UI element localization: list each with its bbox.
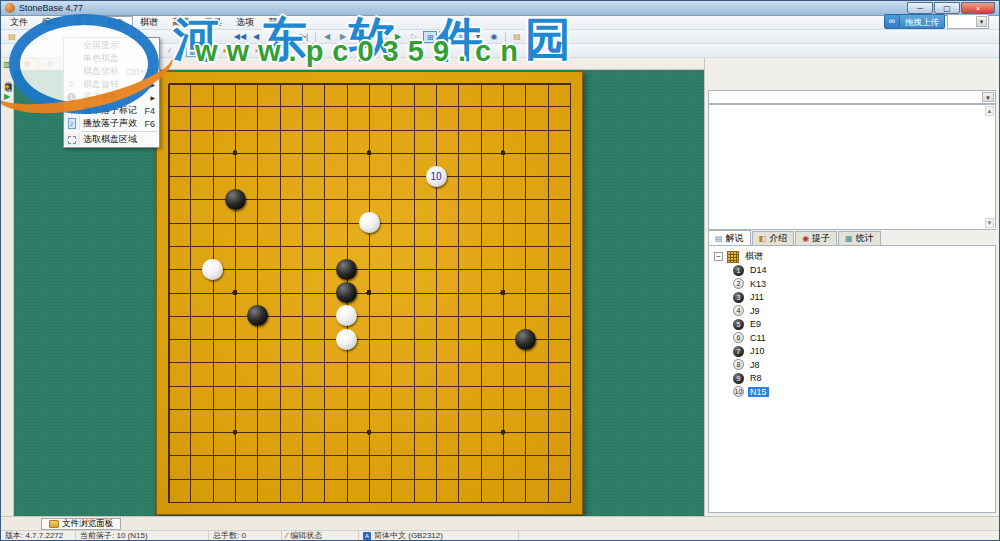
help-icon[interactable]: ? [526, 31, 540, 43]
sound-icon: ♪ [70, 119, 74, 128]
menu-option-1[interactable]: 单色棋盘 [64, 52, 159, 65]
menu-item-7[interactable]: 选项 [229, 16, 261, 29]
open-file-icon[interactable]: ▤ [5, 31, 19, 43]
menu-option-2[interactable]: 棋盘坐标Ctrl+F1 [64, 65, 159, 78]
pencil-icon: ∕ [286, 531, 287, 540]
menu-separator [82, 131, 157, 132]
move-node[interactable]: 3J11 [709, 291, 995, 305]
status-field-1: 当前落子: 10 (N15) [76, 531, 209, 540]
print-icon[interactable]: ▨ [37, 31, 51, 43]
upload-widget: ∞ 拖拽上传 ▼ [884, 14, 989, 29]
menu-option-label: 选取棋盘区域 [83, 133, 155, 146]
menu-option-6[interactable]: ♪播放落子声效F6 [64, 117, 159, 130]
tree-view-toggle[interactable]: ⊞ [423, 31, 437, 43]
stone-C11[interactable] [202, 259, 223, 280]
tab-icon-0: ▤ [715, 234, 723, 243]
back-icon[interactable]: ← [352, 31, 366, 43]
stone-N15[interactable]: 10 [426, 166, 447, 187]
board-menu-dropdown: 全屏显示单色棋盘棋盘坐标Ctrl+F1↻棋盘旋转▶1落子手数▶◆显示落子标记F4… [63, 37, 160, 148]
left-dock: ▥ 当前棋谱 ● ▶ [1, 58, 14, 516]
forward-icon[interactable]: → [368, 31, 382, 43]
tab-icon-2: ◉ [802, 234, 809, 243]
toolbar-separator [315, 32, 316, 42]
move-coord[interactable]: D14 [748, 265, 769, 275]
tab-icon-3: ▦ [845, 234, 853, 243]
stone-R8[interactable] [515, 329, 536, 350]
menu-shortcut: F4 [144, 106, 155, 116]
menu-icon-cell [64, 39, 80, 52]
tab-统计[interactable]: ▦统计 [838, 231, 881, 245]
tab-提子[interactable]: ◉提子 [795, 231, 837, 245]
menu-item-6[interactable]: 工具 [197, 16, 229, 29]
number-tool-icon[interactable]: # [234, 45, 248, 57]
move-node[interactable]: 8J8 [709, 358, 995, 372]
status-field-3: ∕编辑状态 [282, 531, 359, 540]
move-coord[interactable]: E9 [748, 319, 763, 329]
move-stone-icon: 4 [733, 305, 744, 316]
auto-play-icon[interactable]: ▶ [391, 31, 405, 43]
stone-J11[interactable] [336, 259, 357, 280]
move-coord[interactable]: J8 [748, 360, 762, 370]
move-tree[interactable]: −棋谱1D142K133J114J95E96C117J108J89R810N15 [708, 245, 996, 513]
submenu-arrow-icon: ▶ [150, 81, 155, 88]
prev-move-icon[interactable]: ◀ [249, 31, 263, 43]
stone-K13[interactable] [359, 212, 380, 233]
move-coord[interactable]: J11 [748, 292, 766, 302]
folder-icon [49, 520, 59, 528]
status-bar: 版本: 4.7.7.2272当前落子: 10 (N15)总手数: 0∕编辑状态A… [1, 530, 999, 540]
bottom-strip: 文件浏览面板 [1, 516, 999, 530]
move-coord[interactable]: J9 [748, 306, 762, 316]
stop-icon[interactable]: ▷ [407, 31, 421, 43]
move-stone-icon: 5 [733, 319, 744, 330]
menu-option-5[interactable]: ◆显示落子标记F4 [64, 104, 159, 117]
menu-item-4[interactable]: 棋谱 [133, 16, 165, 29]
delete-node-icon[interactable]: × [250, 45, 264, 57]
upload-cloud-icon[interactable]: ∞ [884, 14, 900, 29]
menu-icon-cell: ◆ [64, 104, 80, 117]
move-coord[interactable]: J10 [748, 346, 767, 356]
stone-dock-icon[interactable]: ● [5, 82, 10, 92]
menu-shortcut: Ctrl+F1 [125, 67, 155, 77]
stone-J10[interactable] [336, 282, 357, 303]
tab-label: 介绍 [769, 232, 787, 245]
move-stone-icon: 2 [733, 278, 744, 289]
collapse-icon[interactable]: − [714, 252, 723, 261]
move-node[interactable]: 6C11 [709, 331, 995, 345]
list-view-toggle[interactable]: ⊟ [439, 31, 453, 43]
upload-button[interactable]: 拖拽上传 [900, 14, 945, 29]
menu-option-4[interactable]: 1落子手数▶ [64, 91, 159, 104]
stone-E9[interactable] [247, 305, 268, 326]
menu-item-3[interactable]: 棋盘 [99, 16, 133, 29]
menu-icon-cell: ♪ [64, 117, 80, 130]
minimize-button[interactable]: ─ [907, 2, 933, 14]
move-coord[interactable]: K13 [748, 279, 768, 289]
status-text: 编辑状态 [290, 531, 322, 540]
menu-shortcut: F6 [144, 119, 155, 129]
select-icon [68, 136, 76, 144]
tab-label: 提子 [812, 232, 830, 245]
menu-option-8[interactable]: 选取棋盘区域 [64, 133, 159, 146]
save-icon[interactable]: ▥ [21, 31, 35, 43]
left-dock-tab[interactable]: 当前棋谱 [2, 74, 13, 78]
checked-icon-box: ♪ [68, 118, 76, 129]
board-grid: 10 [168, 83, 571, 503]
tab-label: 统计 [856, 232, 874, 245]
book-icon[interactable]: ▥ [3, 60, 11, 70]
status-text: 总手数: 0 [213, 531, 246, 540]
info-tabs: ▤解说◧介绍◉提子▦统计 [708, 230, 996, 245]
move-node[interactable]: 5E9 [709, 318, 995, 332]
kifu-icon [727, 251, 739, 263]
language-icon: A [363, 532, 371, 540]
move-coord[interactable]: C11 [748, 333, 768, 343]
menu-option-label: 单色棋盘 [83, 52, 155, 65]
menu-item-1[interactable]: 编辑 [35, 16, 67, 29]
setup-mode-icon[interactable]: ▦ [186, 45, 200, 57]
menu-option-label: 落子手数 [83, 91, 147, 104]
menu-option-label: 播放落子声效 [83, 117, 141, 130]
move-node[interactable]: 7J10 [709, 345, 995, 359]
tab-icon-1: ◧ [759, 234, 767, 243]
stone-tool-icon[interactable]: ● [218, 45, 232, 57]
prev-variation-icon[interactable]: ◀ [320, 31, 334, 43]
next-variation-icon[interactable]: ▶ [336, 31, 350, 43]
record-doc-tab[interactable]: ▤ [39, 58, 61, 69]
stone-D14[interactable] [225, 189, 246, 210]
menu-bar: 文件编辑显示棋盘棋谱高级工具选项帮助 [1, 16, 999, 30]
tree-root-node[interactable]: −棋谱 [709, 250, 995, 264]
move-stone-icon: 6 [733, 332, 744, 343]
menu-option-label: 棋盘坐标 [83, 65, 122, 78]
file-browser-tab-label: 文件浏览面板 [62, 518, 113, 530]
move-stone-icon: 7 [733, 346, 744, 357]
status-text: 简体中文 (GB2312) [374, 531, 443, 540]
menu-icon-cell [64, 133, 80, 146]
status-field-4: A简体中文 (GB2312) [359, 531, 519, 540]
move-node[interactable]: 1D14 [709, 264, 995, 278]
scroll-up-icon[interactable]: ▲ [985, 106, 994, 116]
move-coord[interactable]: R8 [748, 373, 764, 383]
layout-dropdown-icon[interactable]: ▾ [471, 31, 485, 43]
rotate-icon: ↻ [68, 80, 75, 89]
move-stone-icon: 9 [733, 373, 744, 384]
close-button[interactable]: × [961, 2, 995, 14]
marker-icon: ◆ [68, 106, 74, 115]
upload-combobox[interactable]: ▼ [947, 14, 989, 29]
toolbar-separator [386, 32, 387, 42]
panel-layout-toggle[interactable]: ⊞ [455, 31, 469, 43]
tab-label: 解说 [726, 232, 744, 245]
scroll-down-icon[interactable]: ▼ [985, 218, 994, 228]
move-stone-icon: 3 [733, 292, 744, 303]
tab-解说[interactable]: ▤解说 [708, 230, 751, 245]
menu-option-label: 全屏显示 [83, 39, 155, 52]
right-panel: ▼ ▲ ▼ ▤解说◧介绍◉提子▦统计 −棋谱1D142K133J114J95E9… [704, 58, 999, 516]
menu-item-0[interactable]: 文件 [3, 16, 35, 29]
library-icon[interactable]: ▤ [510, 31, 524, 43]
app-window: StoneBase 4.77 ─ ▢ × 文件编辑显示棋盘棋谱高级工具选项帮助 … [0, 0, 1000, 541]
comment-box[interactable]: ▲ ▼ [708, 104, 996, 230]
status-field-0: 版本: 4.7.7.2272 [1, 531, 76, 540]
pencil-tool-icon[interactable]: ∕ [163, 45, 177, 57]
edit-mode-icon[interactable]: ▧ [202, 45, 216, 57]
move-coord[interactable]: N15 [748, 387, 769, 397]
menu-option-0[interactable]: 全屏显示 [64, 39, 159, 52]
maximize-button[interactable]: ▢ [934, 2, 960, 14]
status-field-2: 总手数: 0 [209, 531, 282, 540]
next-move-icon[interactable]: ▶ [265, 31, 279, 43]
go-board[interactable]: 10 [156, 71, 583, 515]
menu-icon-cell [64, 52, 80, 65]
move-stone-icon: 10 [733, 386, 744, 397]
stone-J8[interactable] [336, 329, 357, 350]
chevron-down-icon[interactable]: ▼ [982, 92, 994, 102]
first-move-icon[interactable]: ◀◀ [233, 31, 247, 43]
status-text: 版本: 4.7.7.2272 [5, 531, 63, 540]
menu-item-2[interactable]: 显示 [67, 16, 99, 29]
move-stone-icon: 1 [733, 265, 744, 276]
menu-icon-cell: ↻ [64, 78, 80, 91]
board-doc-tab[interactable]: ▦ [16, 58, 38, 69]
app-icon [5, 3, 15, 13]
toolbar-separator [181, 46, 182, 56]
submenu-arrow-icon: ▶ [150, 94, 155, 101]
title-bar[interactable]: StoneBase 4.77 ─ ▢ × [1, 1, 999, 16]
menu-icon-cell [64, 65, 80, 78]
last-move-icon[interactable]: ▶| [297, 31, 311, 43]
status-text: 当前落子: 10 (N15) [80, 531, 148, 540]
count-icon: 1 [67, 93, 76, 102]
move-node[interactable]: 10N15 [709, 385, 995, 399]
web-icon[interactable]: ◉ [487, 31, 501, 43]
move-node[interactable]: 4J9 [709, 304, 995, 318]
menu-item-5[interactable]: 高级 [165, 16, 197, 29]
toolbar-separator [505, 32, 506, 42]
play-dock-icon[interactable]: ▶ [4, 92, 10, 102]
file-browser-tab[interactable]: 文件浏览面板 [41, 518, 121, 530]
game-info-combobox[interactable]: ▼ [708, 90, 996, 104]
menu-item-8[interactable]: 帮助 [261, 16, 293, 29]
move-node[interactable]: 9R8 [709, 372, 995, 386]
menu-option-3[interactable]: ↻棋盘旋转▶ [64, 78, 159, 91]
tree-root-label: 棋谱 [743, 250, 765, 263]
tab-介绍[interactable]: ◧介绍 [752, 231, 795, 245]
window-title: StoneBase 4.77 [19, 3, 83, 13]
chevron-down-icon[interactable]: ▼ [976, 16, 987, 27]
move-stone-icon: 8 [733, 359, 744, 370]
menu-icon-cell: 1 [64, 91, 80, 104]
menu-option-label: 棋盘旋转 [83, 78, 147, 91]
fast-forward-icon[interactable]: ▶▶ [281, 31, 295, 43]
menu-option-label: 显示落子标记 [83, 104, 141, 117]
move-node[interactable]: 2K13 [709, 277, 995, 291]
